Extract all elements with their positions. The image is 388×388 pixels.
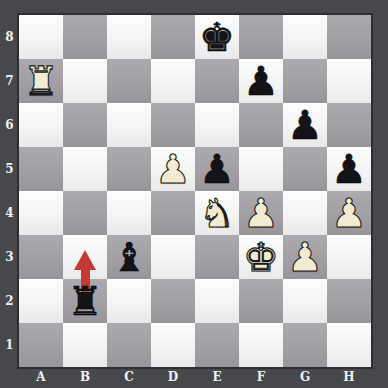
square-c3[interactable]: ♝ — [107, 235, 151, 279]
file-label-h: H — [327, 367, 371, 388]
square-h4[interactable]: ♟ — [327, 191, 371, 235]
rank-label-5: 5 — [0, 147, 19, 191]
chess-diagram: ♚♜♟♟♟♟♟♞♟♟♝♚♟♜ 87654321 ABCDEFGH — [0, 0, 388, 388]
square-d6[interactable] — [151, 103, 195, 147]
rank-label-7: 7 — [0, 59, 19, 103]
square-f5[interactable] — [239, 147, 283, 191]
square-f8[interactable] — [239, 15, 283, 59]
square-f7[interactable]: ♟ — [239, 59, 283, 103]
square-g6[interactable]: ♟ — [283, 103, 327, 147]
file-label-e: E — [195, 367, 239, 388]
white-pawn[interactable]: ♟ — [331, 191, 367, 235]
square-c2[interactable] — [107, 279, 151, 323]
rank-label-2: 2 — [0, 279, 19, 323]
file-label-a: A — [19, 367, 63, 388]
square-b7[interactable] — [63, 59, 107, 103]
square-b1[interactable] — [63, 323, 107, 367]
square-d7[interactable] — [151, 59, 195, 103]
square-f3[interactable]: ♚ — [239, 235, 283, 279]
rank-label-6: 6 — [0, 103, 19, 147]
square-f6[interactable] — [239, 103, 283, 147]
white-knight[interactable]: ♞ — [199, 191, 235, 235]
file-label-c: C — [107, 367, 151, 388]
chess-board: ♚♜♟♟♟♟♟♞♟♟♝♚♟♜ — [19, 15, 371, 367]
rank-label-1: 1 — [0, 323, 19, 367]
square-a4[interactable] — [19, 191, 63, 235]
square-h5[interactable]: ♟ — [327, 147, 371, 191]
square-c6[interactable] — [107, 103, 151, 147]
square-e2[interactable] — [195, 279, 239, 323]
file-label-b: B — [63, 367, 107, 388]
black-pawn[interactable]: ♟ — [331, 147, 367, 191]
square-h7[interactable] — [327, 59, 371, 103]
square-a8[interactable] — [19, 15, 63, 59]
square-d2[interactable] — [151, 279, 195, 323]
square-h2[interactable] — [327, 279, 371, 323]
square-e1[interactable] — [195, 323, 239, 367]
rank-label-4: 4 — [0, 191, 19, 235]
square-d1[interactable] — [151, 323, 195, 367]
black-pawn[interactable]: ♟ — [243, 59, 279, 103]
white-pawn[interactable]: ♟ — [243, 191, 279, 235]
white-pawn[interactable]: ♟ — [155, 147, 191, 191]
white-king[interactable]: ♚ — [243, 235, 279, 279]
square-a6[interactable] — [19, 103, 63, 147]
square-g8[interactable] — [283, 15, 327, 59]
rank-label-8: 8 — [0, 15, 19, 59]
square-g1[interactable] — [283, 323, 327, 367]
white-pawn[interactable]: ♟ — [287, 235, 323, 279]
square-h8[interactable] — [327, 15, 371, 59]
square-b4[interactable] — [63, 191, 107, 235]
square-b2[interactable]: ♜ — [63, 279, 107, 323]
square-e6[interactable] — [195, 103, 239, 147]
square-f1[interactable] — [239, 323, 283, 367]
square-h3[interactable] — [327, 235, 371, 279]
move-arrow-head — [74, 250, 96, 270]
file-label-f: F — [239, 367, 283, 388]
square-a1[interactable] — [19, 323, 63, 367]
square-h1[interactable] — [327, 323, 371, 367]
square-c1[interactable] — [107, 323, 151, 367]
square-b5[interactable] — [63, 147, 107, 191]
square-g3[interactable]: ♟ — [283, 235, 327, 279]
square-a7[interactable]: ♜ — [19, 59, 63, 103]
square-e7[interactable] — [195, 59, 239, 103]
square-c5[interactable] — [107, 147, 151, 191]
file-label-g: G — [283, 367, 327, 388]
square-h6[interactable] — [327, 103, 371, 147]
square-a5[interactable] — [19, 147, 63, 191]
square-e5[interactable]: ♟ — [195, 147, 239, 191]
square-d8[interactable] — [151, 15, 195, 59]
square-b8[interactable] — [63, 15, 107, 59]
square-f4[interactable]: ♟ — [239, 191, 283, 235]
square-c8[interactable] — [107, 15, 151, 59]
black-rook[interactable]: ♜ — [67, 279, 103, 323]
square-c7[interactable] — [107, 59, 151, 103]
square-d3[interactable] — [151, 235, 195, 279]
rank-label-3: 3 — [0, 235, 19, 279]
square-d4[interactable] — [151, 191, 195, 235]
square-f2[interactable] — [239, 279, 283, 323]
square-a3[interactable] — [19, 235, 63, 279]
square-g4[interactable] — [283, 191, 327, 235]
black-bishop[interactable]: ♝ — [111, 235, 147, 279]
square-g7[interactable] — [283, 59, 327, 103]
square-d5[interactable]: ♟ — [151, 147, 195, 191]
black-pawn[interactable]: ♟ — [199, 147, 235, 191]
file-label-d: D — [151, 367, 195, 388]
white-rook[interactable]: ♜ — [23, 59, 59, 103]
square-e8[interactable]: ♚ — [195, 15, 239, 59]
black-king[interactable]: ♚ — [199, 15, 235, 59]
square-g5[interactable] — [283, 147, 327, 191]
square-c4[interactable] — [107, 191, 151, 235]
square-b6[interactable] — [63, 103, 107, 147]
square-e3[interactable] — [195, 235, 239, 279]
square-e4[interactable]: ♞ — [195, 191, 239, 235]
square-a2[interactable] — [19, 279, 63, 323]
black-pawn[interactable]: ♟ — [287, 103, 323, 147]
square-g2[interactable] — [283, 279, 327, 323]
